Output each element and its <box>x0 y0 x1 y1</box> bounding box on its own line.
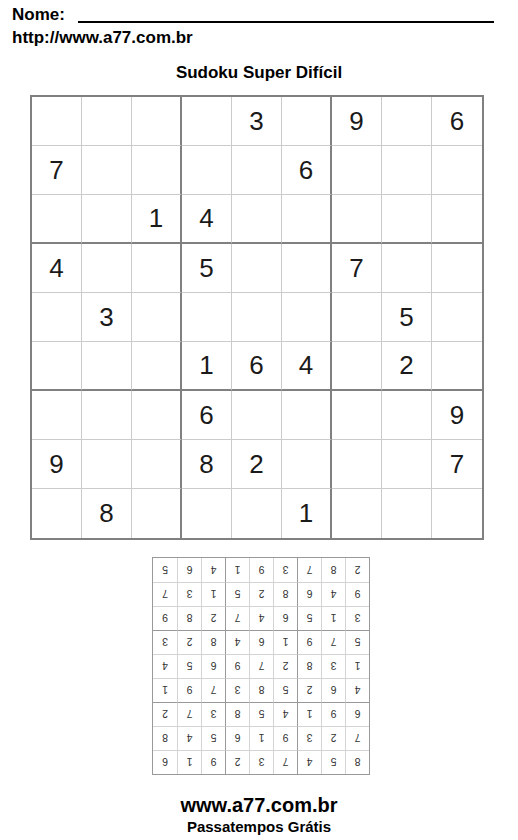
puzzle-cell-r9c9[interactable] <box>432 489 482 538</box>
solution-cell-r2c4: 9 <box>273 726 297 750</box>
solution-cell-r3c7: 3 <box>201 702 225 726</box>
name-write-in-line[interactable] <box>78 21 494 23</box>
solution-cell-r5c2: 3 <box>321 654 345 678</box>
puzzle-cell-r3c8[interactable] <box>382 195 432 244</box>
puzzle-cell-r8c1: 9 <box>32 440 82 489</box>
puzzle-cell-r4c5[interactable] <box>232 244 282 293</box>
solution-cell-r9c2: 8 <box>321 558 345 582</box>
puzzle-cell-r2c1: 7 <box>32 146 82 195</box>
solution-cell-r3c2: 9 <box>321 702 345 726</box>
solution-cell-r5c6: 9 <box>225 654 249 678</box>
puzzle-cell-r2c5[interactable] <box>232 146 282 195</box>
solution-cell-r8c8: 3 <box>177 582 201 606</box>
solution-cell-r7c4: 6 <box>273 606 297 630</box>
puzzle-cell-r4c2[interactable] <box>82 244 132 293</box>
puzzle-cell-r5c7[interactable] <box>332 293 382 342</box>
puzzle-cell-r8c7[interactable] <box>332 440 382 489</box>
puzzle-cell-r4c4: 5 <box>182 244 232 293</box>
solution-cell-r2c1: 7 <box>345 726 369 750</box>
solution-cell-r6c2: 7 <box>321 630 345 654</box>
puzzle-cell-r7c1[interactable] <box>32 391 82 440</box>
puzzle-cell-r9c2: 8 <box>82 489 132 538</box>
puzzle-cell-r8c3[interactable] <box>132 440 182 489</box>
puzzle-cell-r5c6[interactable] <box>282 293 332 342</box>
solution-cell-r8c3: 6 <box>297 582 321 606</box>
solution-cell-r5c3: 8 <box>297 654 321 678</box>
puzzle-cell-r1c6[interactable] <box>282 97 332 146</box>
solution-cell-r2c7: 5 <box>201 726 225 750</box>
puzzle-cell-r4c9[interactable] <box>432 244 482 293</box>
solution-cell-r2c2: 2 <box>321 726 345 750</box>
puzzle-cell-r7c3[interactable] <box>132 391 182 440</box>
solution-cell-r7c3: 5 <box>297 606 321 630</box>
solution-cell-r1c5: 3 <box>249 750 273 774</box>
puzzle-cell-r1c8[interactable] <box>382 97 432 146</box>
puzzle-cell-r1c5: 3 <box>232 97 282 146</box>
puzzle-cell-r8c2[interactable] <box>82 440 132 489</box>
puzzle-cell-r9c5[interactable] <box>232 489 282 538</box>
solution-cell-r8c2: 4 <box>321 582 345 606</box>
solution-cell-r5c1: 1 <box>345 654 369 678</box>
puzzle-cell-r2c2[interactable] <box>82 146 132 195</box>
solution-cell-r6c6: 4 <box>225 630 249 654</box>
puzzle-cell-r4c3[interactable] <box>132 244 182 293</box>
puzzle-cell-r4c8[interactable] <box>382 244 432 293</box>
solution-cell-r1c9: 6 <box>153 750 177 774</box>
solution-cell-r4c8: 9 <box>177 678 201 702</box>
site-url: http://www.a77.com.br <box>12 28 193 48</box>
puzzle-cell-r9c8[interactable] <box>382 489 432 538</box>
solution-cell-r6c7: 8 <box>201 630 225 654</box>
puzzle-cell-r7c6[interactable] <box>282 391 332 440</box>
puzzle-cell-r1c9: 6 <box>432 97 482 146</box>
puzzle-cell-r7c4: 6 <box>182 391 232 440</box>
solution-cell-r1c4: 7 <box>273 750 297 774</box>
solution-cell-r3c8: 7 <box>177 702 201 726</box>
puzzle-cell-r6c5: 6 <box>232 342 282 391</box>
puzzle-cell-r7c9: 9 <box>432 391 482 440</box>
puzzle-cell-r6c3[interactable] <box>132 342 182 391</box>
solution-cell-r4c1: 4 <box>345 678 369 702</box>
solution-cell-r5c4: 2 <box>273 654 297 678</box>
solution-cell-r9c7: 4 <box>201 558 225 582</box>
sudoku-solution-grid-rotated: 8547329167239165486914583724625837911382… <box>152 557 370 775</box>
solution-cell-r1c7: 9 <box>201 750 225 774</box>
puzzle-cell-r1c7: 9 <box>332 97 382 146</box>
solution-cell-r3c4: 4 <box>273 702 297 726</box>
solution-cell-r4c9: 1 <box>153 678 177 702</box>
solution-cell-r4c5: 8 <box>249 678 273 702</box>
solution-cell-r5c9: 4 <box>153 654 177 678</box>
solution-cell-r3c6: 8 <box>225 702 249 726</box>
footer-tagline: Passatempos Grátis <box>0 818 518 835</box>
solution-cell-r1c8: 1 <box>177 750 201 774</box>
puzzle-cell-r1c3[interactable] <box>132 97 182 146</box>
puzzle-cell-r9c1[interactable] <box>32 489 82 538</box>
solution-cell-r3c3: 1 <box>297 702 321 726</box>
puzzle-cell-r6c8: 2 <box>382 342 432 391</box>
puzzle-cell-r8c5: 2 <box>232 440 282 489</box>
solution-cell-r3c1: 6 <box>345 702 369 726</box>
solution-cell-r7c1: 3 <box>345 606 369 630</box>
solution-cell-r5c5: 7 <box>249 654 273 678</box>
puzzle-title: Sudoku Super Difícil <box>0 63 518 83</box>
solution-cell-r8c9: 7 <box>153 582 177 606</box>
puzzle-cell-r5c4[interactable] <box>182 293 232 342</box>
puzzle-cell-r3c3: 1 <box>132 195 182 244</box>
solution-cell-r9c6: 1 <box>225 558 249 582</box>
solution-cell-r9c5: 9 <box>249 558 273 582</box>
puzzle-cell-r5c8: 5 <box>382 293 432 342</box>
puzzle-cell-r3c9[interactable] <box>432 195 482 244</box>
solution-cell-r2c6: 6 <box>225 726 249 750</box>
solution-cell-r7c6: 7 <box>225 606 249 630</box>
puzzle-cell-r9c4[interactable] <box>182 489 232 538</box>
solution-cell-r2c9: 8 <box>153 726 177 750</box>
solution-cell-r7c8: 8 <box>177 606 201 630</box>
solution-cell-r7c2: 1 <box>321 606 345 630</box>
puzzle-cell-r6c2[interactable] <box>82 342 132 391</box>
solution-cell-r8c1: 9 <box>345 582 369 606</box>
puzzle-cell-r3c1[interactable] <box>32 195 82 244</box>
solution-cell-r2c3: 3 <box>297 726 321 750</box>
solution-cell-r4c7: 7 <box>201 678 225 702</box>
solution-cell-r1c2: 5 <box>321 750 345 774</box>
solution-cell-r7c9: 9 <box>153 606 177 630</box>
puzzle-cell-r3c6[interactable] <box>282 195 332 244</box>
puzzle-cell-r9c3[interactable] <box>132 489 182 538</box>
solution-cell-r1c6: 2 <box>225 750 249 774</box>
solution-cell-r7c5: 4 <box>249 606 273 630</box>
puzzle-cell-r2c6: 6 <box>282 146 332 195</box>
worksheet-page: Nome: http://www.a77.com.br Sudoku Super… <box>0 0 518 840</box>
puzzle-cell-r5c5[interactable] <box>232 293 282 342</box>
puzzle-cell-r2c3[interactable] <box>132 146 182 195</box>
solution-cell-r6c5: 6 <box>249 630 273 654</box>
sudoku-puzzle-grid: 396761445735164269982781 <box>30 95 484 540</box>
puzzle-cell-r1c2[interactable] <box>82 97 132 146</box>
puzzle-cell-r5c2: 3 <box>82 293 132 342</box>
puzzle-cell-r5c9[interactable] <box>432 293 482 342</box>
puzzle-cell-r3c5[interactable] <box>232 195 282 244</box>
puzzle-cell-r1c1[interactable] <box>32 97 82 146</box>
solution-cell-r2c8: 4 <box>177 726 201 750</box>
puzzle-cell-r5c3[interactable] <box>132 293 182 342</box>
puzzle-cell-r4c7: 7 <box>332 244 382 293</box>
puzzle-cell-r2c7[interactable] <box>332 146 382 195</box>
solution-cell-r3c5: 5 <box>249 702 273 726</box>
solution-cell-r8c6: 5 <box>225 582 249 606</box>
solution-cell-r1c1: 8 <box>345 750 369 774</box>
puzzle-cell-r6c4: 1 <box>182 342 232 391</box>
solution-cell-r1c3: 4 <box>297 750 321 774</box>
puzzle-cell-r1c4[interactable] <box>182 97 232 146</box>
puzzle-cell-r6c9[interactable] <box>432 342 482 391</box>
puzzle-cell-r8c9: 7 <box>432 440 482 489</box>
puzzle-cell-r5c1[interactable] <box>32 293 82 342</box>
puzzle-cell-r6c6: 4 <box>282 342 332 391</box>
puzzle-cell-r4c6[interactable] <box>282 244 332 293</box>
puzzle-cell-r7c8[interactable] <box>382 391 432 440</box>
puzzle-cell-r2c8[interactable] <box>382 146 432 195</box>
name-label: Nome: <box>12 5 65 25</box>
solution-cell-r2c5: 1 <box>249 726 273 750</box>
puzzle-cell-r8c4: 8 <box>182 440 232 489</box>
solution-cell-r9c4: 3 <box>273 558 297 582</box>
puzzle-cell-r6c7[interactable] <box>332 342 382 391</box>
puzzle-cell-r7c2[interactable] <box>82 391 132 440</box>
puzzle-cell-r2c9[interactable] <box>432 146 482 195</box>
puzzle-cell-r8c6[interactable] <box>282 440 332 489</box>
solution-cell-r9c9: 5 <box>153 558 177 582</box>
puzzle-cell-r2c4[interactable] <box>182 146 232 195</box>
solution-cell-r6c9: 3 <box>153 630 177 654</box>
puzzle-cell-r9c6: 1 <box>282 489 332 538</box>
solution-cell-r4c4: 5 <box>273 678 297 702</box>
puzzle-cell-r9c7[interactable] <box>332 489 382 538</box>
puzzle-cell-r8c8[interactable] <box>382 440 432 489</box>
solution-cell-r3c9: 2 <box>153 702 177 726</box>
solution-cell-r4c6: 3 <box>225 678 249 702</box>
puzzle-cell-r7c5[interactable] <box>232 391 282 440</box>
solution-cell-r8c7: 1 <box>201 582 225 606</box>
solution-cell-r6c4: 1 <box>273 630 297 654</box>
solution-cell-r4c3: 2 <box>297 678 321 702</box>
footer-site: www.a77.com.br <box>0 794 518 817</box>
puzzle-cell-r7c7[interactable] <box>332 391 382 440</box>
solution-cell-r4c2: 6 <box>321 678 345 702</box>
solution-cell-r6c3: 9 <box>297 630 321 654</box>
solution-cell-r5c7: 6 <box>201 654 225 678</box>
solution-cell-r8c5: 2 <box>249 582 273 606</box>
solution-cell-r6c8: 2 <box>177 630 201 654</box>
puzzle-cell-r3c2[interactable] <box>82 195 132 244</box>
puzzle-cell-r3c4: 4 <box>182 195 232 244</box>
solution-cell-r9c3: 7 <box>297 558 321 582</box>
puzzle-cell-r3c7[interactable] <box>332 195 382 244</box>
solution-cell-r9c1: 2 <box>345 558 369 582</box>
solution-cell-r5c8: 5 <box>177 654 201 678</box>
solution-cell-r6c1: 5 <box>345 630 369 654</box>
solution-cell-r9c8: 6 <box>177 558 201 582</box>
solution-cell-r8c4: 8 <box>273 582 297 606</box>
solution-cell-r7c7: 2 <box>201 606 225 630</box>
puzzle-cell-r6c1[interactable] <box>32 342 82 391</box>
puzzle-cell-r4c1: 4 <box>32 244 82 293</box>
